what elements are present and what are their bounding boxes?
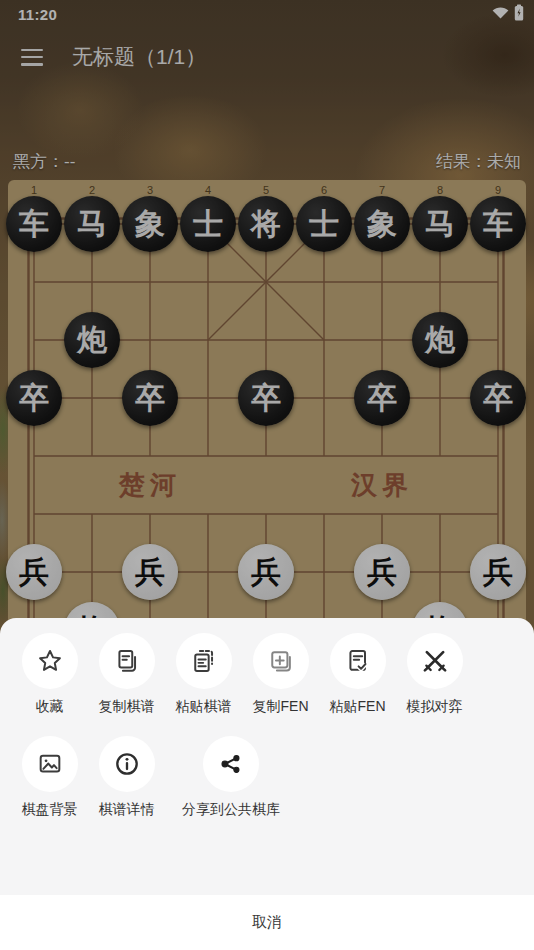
action-paste-document[interactable]: 粘贴棋谱	[165, 633, 242, 716]
action-label: 分享到公共棋库	[182, 801, 280, 819]
action-star[interactable]: 收藏	[11, 633, 88, 716]
action-sheet-row-1: 收藏复制棋谱粘贴棋谱复制FEN粘贴FEN模拟对弈	[0, 618, 534, 716]
app-screen: 11:20 无标题（1/1） 黑方：-- 结果：未知	[0, 0, 534, 950]
document-check-icon	[330, 633, 386, 689]
action-info[interactable]: 棋谱详情	[88, 736, 165, 819]
copy-document-icon	[99, 633, 155, 689]
action-sheet-row-2: 棋盘背景棋谱详情分享到公共棋库	[0, 716, 534, 819]
copy-plus-icon	[253, 633, 309, 689]
action-label: 收藏	[36, 698, 64, 716]
action-document-check[interactable]: 粘贴FEN	[319, 633, 396, 716]
action-label: 粘贴FEN	[330, 698, 386, 716]
action-label: 粘贴棋谱	[176, 698, 232, 716]
crossed-swords-icon	[407, 633, 463, 689]
paste-document-icon	[176, 633, 232, 689]
action-label: 模拟对弈	[407, 698, 463, 716]
cancel-button[interactable]: 取消	[0, 895, 534, 950]
action-image[interactable]: 棋盘背景	[11, 736, 88, 819]
action-crossed-swords[interactable]: 模拟对弈	[396, 633, 473, 716]
action-copy-document[interactable]: 复制棋谱	[88, 633, 165, 716]
image-icon	[22, 736, 78, 792]
info-icon	[99, 736, 155, 792]
share-icon	[203, 736, 259, 792]
action-copy-plus[interactable]: 复制FEN	[242, 633, 319, 716]
star-icon	[22, 633, 78, 689]
action-label: 复制FEN	[253, 698, 309, 716]
action-sheet: 收藏复制棋谱粘贴棋谱复制FEN粘贴FEN模拟对弈 棋盘背景棋谱详情分享到公共棋库…	[0, 618, 534, 950]
action-label: 复制棋谱	[99, 698, 155, 716]
action-label: 棋盘背景	[22, 801, 78, 819]
action-share[interactable]: 分享到公共棋库	[165, 736, 297, 819]
action-label: 棋谱详情	[99, 801, 155, 819]
